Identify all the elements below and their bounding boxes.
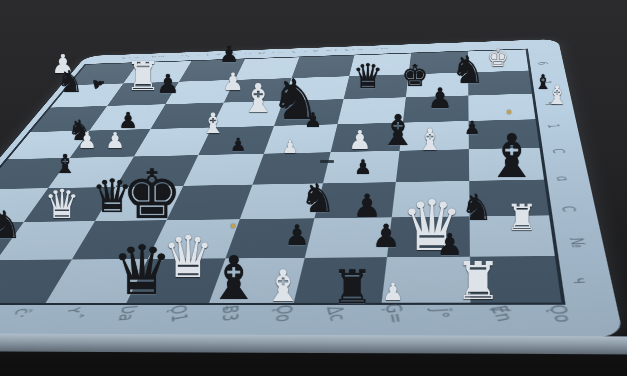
chess-piece-bB[interactable]: ♝ bbox=[207, 248, 261, 308]
chess-piece-bP[interactable]: ♟ bbox=[372, 220, 401, 252]
rank-label: Ϲ bbox=[548, 148, 568, 154]
chess-piece-wB[interactable]: ♝ bbox=[545, 82, 568, 108]
board-square[interactable] bbox=[183, 154, 264, 186]
chess-piece-bP[interactable]: ♟ bbox=[464, 119, 480, 137]
rank-label: ɑ bbox=[552, 176, 573, 182]
chess-piece-bP[interactable]: ♟ bbox=[156, 71, 179, 97]
chess-piece-bK[interactable]: ♚ bbox=[402, 61, 429, 91]
chess-piece-bP[interactable]: ♟ bbox=[354, 157, 372, 177]
chess-piece-wB[interactable]: ♝ bbox=[417, 125, 444, 155]
chess-piece-bQ[interactable]: ♛ bbox=[353, 59, 383, 93]
chess-piece-bQ[interactable]: ♛ bbox=[112, 237, 173, 305]
chess-piece-bK[interactable]: ♚ bbox=[122, 161, 183, 229]
file-label: Ĵ° bbox=[428, 308, 454, 319]
chess-piece-bN[interactable]: ♞ bbox=[451, 51, 485, 89]
chess-piece-bN[interactable]: ♞ bbox=[461, 190, 493, 226]
chess-piece-wP[interactable]: ♟ bbox=[348, 127, 371, 153]
rank-label: 1 bbox=[544, 124, 563, 129]
chess-piece-bP[interactable]: ♟ bbox=[230, 136, 246, 154]
chess-piece-wQ[interactable]: ♛ bbox=[44, 184, 80, 224]
chessboard-3d-scene: ςι∼⌐νω ∼·ς ⌐ι ν∼ς ·⌐ω ι∼·ς ⌐ν ∼ι ς·∼ ⌐ω … bbox=[0, 0, 627, 376]
chess-piece-bN[interactable]: ♞ bbox=[57, 67, 84, 97]
chess-piece-bR[interactable]: ♜ bbox=[331, 264, 372, 310]
chess-piece-wP[interactable]: ♟ bbox=[77, 130, 97, 152]
rank-label: 6 bbox=[534, 61, 551, 65]
chess-piece-bN[interactable]: ♞ bbox=[300, 178, 336, 218]
chess-piece-bP[interactable]: ♟ bbox=[219, 44, 239, 66]
rank-label: Ϲ bbox=[557, 205, 580, 212]
chess-piece-bB[interactable]: ♝ bbox=[485, 126, 539, 186]
chess-piece-wP[interactable]: ♟ bbox=[282, 138, 298, 156]
chess-piece-bP[interactable]: ♟ bbox=[304, 110, 322, 130]
chess-piece-bP[interactable]: ♟ bbox=[284, 222, 309, 250]
file-label: ĉ· bbox=[10, 306, 35, 319]
chess-piece-wK[interactable]: ♚ bbox=[487, 46, 509, 70]
rank-label: ч bbox=[568, 277, 593, 285]
rank-label: № bbox=[565, 237, 590, 248]
chess-piece-bP[interactable]: ♟ bbox=[427, 85, 452, 113]
chess-piece-bB[interactable]: ♝ bbox=[53, 151, 76, 177]
chess-piece-wR[interactable]: ♜ bbox=[455, 255, 502, 307]
chess-piece-wP[interactable]: ♟ bbox=[382, 280, 404, 304]
chess-piece-wB[interactable]: ♝ bbox=[263, 264, 302, 308]
board-front-edge bbox=[0, 334, 627, 355]
chess-piece-wR[interactable]: ♜ bbox=[506, 200, 538, 236]
chess-piece-wP[interactable]: ♟ bbox=[105, 130, 125, 152]
chess-piece-bB[interactable]: ♝ bbox=[379, 110, 417, 152]
file-label: Ǫo bbox=[544, 304, 577, 324]
chess-piece-bN[interactable]: ♞ bbox=[0, 206, 22, 244]
file-label: ʏˆ bbox=[61, 306, 87, 321]
chess-piece-wB[interactable]: ♝ bbox=[200, 110, 225, 138]
